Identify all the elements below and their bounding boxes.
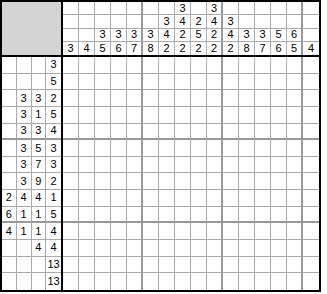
grid-cell[interactable] — [127, 223, 143, 240]
corner-block — [2, 2, 63, 57]
grid-cell[interactable] — [255, 173, 271, 190]
grid-cell[interactable] — [79, 57, 95, 74]
grid-cell[interactable] — [111, 90, 127, 107]
row-clue-cell: 13 — [46, 273, 61, 290]
grid-cell[interactable] — [271, 240, 287, 257]
col-clue-cell — [111, 2, 127, 15]
grid-cell[interactable] — [111, 207, 127, 224]
grid-cell[interactable] — [159, 240, 175, 257]
row-clue-cell: 4 — [46, 223, 61, 240]
grid-cell[interactable] — [223, 173, 239, 190]
grid-cell[interactable] — [175, 107, 191, 124]
grid-cell[interactable] — [159, 107, 175, 124]
grid-cell[interactable] — [223, 223, 239, 240]
grid-cell[interactable] — [127, 257, 143, 274]
grid-cell[interactable] — [271, 173, 287, 190]
col-clue-cell — [159, 2, 175, 15]
col-clue-cell: 5 — [287, 42, 303, 55]
grid-cell[interactable] — [127, 273, 143, 290]
col-clue-cell: 2 — [159, 42, 175, 55]
grid-cell[interactable] — [191, 173, 207, 190]
grid-cell[interactable] — [111, 240, 127, 257]
grid-cell[interactable] — [95, 190, 111, 207]
grid-cell[interactable] — [191, 257, 207, 274]
grid-cell[interactable] — [159, 173, 175, 190]
grid-cell[interactable] — [127, 240, 143, 257]
grid-cell[interactable] — [223, 90, 239, 107]
grid-cell[interactable] — [207, 240, 223, 257]
grid-cell[interactable] — [239, 190, 255, 207]
row-clue-cell: 5 — [46, 107, 61, 124]
col-clue-cell — [95, 2, 111, 15]
grid-cell[interactable] — [303, 107, 319, 124]
col-clue-cell — [79, 15, 95, 28]
row-clue-cell: 4 — [46, 240, 61, 257]
grid-cell[interactable] — [111, 157, 127, 174]
grid-cell[interactable] — [175, 74, 191, 91]
grid-cell[interactable] — [223, 240, 239, 257]
grid-cell[interactable] — [111, 74, 127, 91]
grid-cell[interactable] — [287, 190, 303, 207]
grid-cell[interactable] — [159, 273, 175, 290]
grid-cell[interactable] — [175, 157, 191, 174]
grid-cell[interactable] — [159, 124, 175, 141]
col-clue-cell: 2 — [191, 15, 207, 28]
grid-cell[interactable] — [271, 140, 287, 157]
grid-cell[interactable] — [143, 57, 159, 74]
col-clue-cell — [255, 15, 271, 28]
grid-cell[interactable] — [223, 157, 239, 174]
row-clue-cell: 3 — [32, 90, 47, 107]
col-clue-cell: 5 — [95, 42, 111, 55]
grid-cell[interactable] — [207, 124, 223, 141]
col-clue-cell: 7 — [255, 42, 271, 55]
grid-cell[interactable] — [207, 107, 223, 124]
grid-cell[interactable] — [223, 140, 239, 157]
grid-cell[interactable] — [255, 140, 271, 157]
grid-cell[interactable] — [239, 140, 255, 157]
grid-cell[interactable] — [239, 124, 255, 141]
grid-cell[interactable] — [271, 107, 287, 124]
col-clue-cell — [127, 15, 143, 28]
grid-cell[interactable] — [239, 173, 255, 190]
grid-cell[interactable] — [303, 257, 319, 274]
grid-cell[interactable] — [271, 157, 287, 174]
col-clue-cell: 3 — [239, 29, 255, 42]
col-clue-cell: 2 — [207, 42, 223, 55]
grid-cell[interactable] — [303, 157, 319, 174]
row-clue-cell: 2 — [2, 190, 17, 207]
grid-cell[interactable] — [127, 124, 143, 141]
grid-cell[interactable] — [63, 124, 79, 141]
grid-cell[interactable] — [303, 124, 319, 141]
row-clue-cell: 1 — [32, 107, 47, 124]
row-clue-cell: 4 — [2, 223, 17, 240]
grid-cell[interactable] — [95, 57, 111, 74]
grid-cell[interactable] — [255, 223, 271, 240]
row-clue-cell: 3 — [46, 157, 61, 174]
col-clue-cell — [255, 2, 271, 15]
grid-cell[interactable] — [191, 223, 207, 240]
grid-cell[interactable] — [207, 207, 223, 224]
grid-cell[interactable] — [175, 223, 191, 240]
grid-cell[interactable] — [239, 207, 255, 224]
row-clue-cell — [2, 90, 17, 107]
grid-cell[interactable] — [127, 207, 143, 224]
grid-cell[interactable] — [63, 173, 79, 190]
grid-cell[interactable] — [143, 140, 159, 157]
grid-cell[interactable] — [271, 190, 287, 207]
grid-cell[interactable] — [63, 140, 79, 157]
grid-cell[interactable] — [143, 173, 159, 190]
grid-cell[interactable] — [255, 240, 271, 257]
row-clue-cell — [2, 57, 17, 74]
row-clue-cell: 3 — [17, 140, 32, 157]
grid-cell[interactable] — [239, 57, 255, 74]
grid-cell[interactable] — [223, 107, 239, 124]
grid-cell[interactable] — [143, 257, 159, 274]
col-clue-cell: 3 — [143, 29, 159, 42]
grid-cell[interactable] — [79, 107, 95, 124]
grid-cell[interactable] — [63, 240, 79, 257]
grid-cell[interactable] — [271, 207, 287, 224]
grid-cell[interactable] — [95, 140, 111, 157]
grid-cell[interactable] — [303, 240, 319, 257]
grid-cell[interactable] — [191, 157, 207, 174]
grid-cell[interactable] — [175, 207, 191, 224]
grid-cell[interactable] — [191, 190, 207, 207]
grid-cell[interactable] — [63, 107, 79, 124]
grid-cell[interactable] — [159, 140, 175, 157]
row-clue-cell: 1 — [17, 223, 32, 240]
grid-cell[interactable] — [143, 124, 159, 141]
row-clues-panel: 35332315334353373392244161154114441313 — [2, 57, 63, 290]
grid-cell[interactable] — [143, 90, 159, 107]
grid-cell[interactable] — [159, 223, 175, 240]
grid-cell[interactable] — [207, 157, 223, 174]
grid-cell[interactable] — [95, 207, 111, 224]
grid-cell[interactable] — [111, 257, 127, 274]
grid-cell[interactable] — [111, 190, 127, 207]
grid-cell[interactable] — [207, 90, 223, 107]
grid-cell[interactable] — [111, 223, 127, 240]
grid-cell[interactable] — [223, 74, 239, 91]
grid-cell[interactable] — [95, 124, 111, 141]
grid-cell[interactable] — [223, 57, 239, 74]
grid-cell[interactable] — [239, 157, 255, 174]
grid-cell[interactable] — [287, 257, 303, 274]
grid-cell[interactable] — [287, 124, 303, 141]
row-clue-cell — [2, 257, 17, 274]
grid-cell[interactable] — [287, 173, 303, 190]
row-clue-cell — [32, 57, 47, 74]
row-clue-cell: 5 — [32, 140, 47, 157]
col-clue-cell: 2 — [223, 42, 239, 55]
grid-cell[interactable] — [63, 157, 79, 174]
grid-cell[interactable] — [143, 107, 159, 124]
grid-cell[interactable] — [255, 273, 271, 290]
col-clue-cell — [63, 2, 79, 15]
grid-cell[interactable] — [223, 207, 239, 224]
col-clue-cell: 3 — [159, 15, 175, 28]
grid-cell[interactable] — [191, 90, 207, 107]
col-clue-cell: 3 — [207, 2, 223, 15]
grid-cell[interactable] — [255, 107, 271, 124]
grid-cell[interactable] — [127, 107, 143, 124]
grid-cell[interactable] — [191, 240, 207, 257]
grid-cell[interactable] — [239, 223, 255, 240]
grid-cell[interactable] — [175, 190, 191, 207]
grid-cell[interactable] — [191, 57, 207, 74]
grid-cell[interactable] — [207, 257, 223, 274]
grid-cell[interactable] — [111, 57, 127, 74]
grid-cell[interactable] — [111, 124, 127, 141]
grid-cell[interactable] — [143, 240, 159, 257]
grid-cell[interactable] — [143, 157, 159, 174]
grid-cell[interactable] — [255, 190, 271, 207]
col-clue-cell: 6 — [287, 29, 303, 42]
row-clue-cell: 3 — [46, 57, 61, 74]
grid-cell[interactable] — [159, 90, 175, 107]
grid-cell[interactable] — [175, 173, 191, 190]
grid-cell[interactable] — [271, 124, 287, 141]
grid-cell[interactable] — [127, 74, 143, 91]
grid-cell[interactable] — [207, 140, 223, 157]
grid-cell[interactable] — [127, 57, 143, 74]
grid-cell[interactable] — [303, 74, 319, 91]
grid-cell[interactable] — [303, 57, 319, 74]
grid-cell[interactable] — [207, 173, 223, 190]
grid-cell[interactable] — [207, 190, 223, 207]
grid-cell[interactable] — [95, 74, 111, 91]
grid-cell[interactable] — [191, 140, 207, 157]
grid-cell[interactable] — [271, 74, 287, 91]
grid-cell[interactable] — [63, 90, 79, 107]
grid-cell[interactable] — [255, 124, 271, 141]
col-clue-cell — [63, 15, 79, 28]
grid-cell[interactable] — [271, 257, 287, 274]
grid-cell[interactable] — [271, 273, 287, 290]
grid-cell[interactable] — [127, 157, 143, 174]
row-clue-cell: 7 — [32, 157, 47, 174]
grid-cell[interactable] — [63, 74, 79, 91]
grid-cell[interactable] — [143, 74, 159, 91]
grid-cell[interactable] — [63, 223, 79, 240]
grid-cell[interactable] — [239, 273, 255, 290]
grid-cell[interactable] — [303, 190, 319, 207]
grid-cell[interactable] — [303, 223, 319, 240]
grid-cell[interactable] — [287, 57, 303, 74]
grid-cell[interactable] — [287, 273, 303, 290]
grid-cell[interactable] — [127, 90, 143, 107]
grid-cell[interactable] — [143, 190, 159, 207]
grid-cell[interactable] — [303, 207, 319, 224]
grid-cell[interactable] — [111, 173, 127, 190]
grid-cell[interactable] — [79, 257, 95, 274]
grid-cell[interactable] — [95, 273, 111, 290]
grid-cell[interactable] — [63, 190, 79, 207]
grid-cell[interactable] — [79, 90, 95, 107]
grid-cell[interactable] — [255, 74, 271, 91]
col-clue-cell — [63, 29, 79, 42]
grid-cell[interactable] — [175, 140, 191, 157]
grid-cell[interactable] — [255, 207, 271, 224]
grid-cell[interactable] — [95, 173, 111, 190]
grid-cell[interactable] — [63, 273, 79, 290]
grid-cell[interactable] — [95, 257, 111, 274]
grid-cell[interactable] — [143, 223, 159, 240]
col-clue-cell: 3 — [255, 29, 271, 42]
row-clue-cell — [32, 257, 47, 274]
grid-cell[interactable] — [175, 257, 191, 274]
grid-cell[interactable] — [159, 190, 175, 207]
grid-cell[interactable] — [303, 140, 319, 157]
grid-cell[interactable] — [175, 273, 191, 290]
row-clue-cell: 3 — [17, 90, 32, 107]
col-clue-cell: 3 — [127, 29, 143, 42]
grid-cell[interactable] — [79, 273, 95, 290]
row-clue-cell: 5 — [46, 74, 61, 91]
grid-cell[interactable] — [255, 157, 271, 174]
grid-cell[interactable] — [239, 240, 255, 257]
grid-cell[interactable] — [239, 74, 255, 91]
grid-cell[interactable] — [159, 157, 175, 174]
row-clue-cell — [17, 257, 32, 274]
col-clue-cell — [223, 2, 239, 15]
grid-cell[interactable] — [79, 124, 95, 141]
grid-cell[interactable] — [95, 157, 111, 174]
grid-cell[interactable] — [175, 90, 191, 107]
nonogram-puzzle: 333424333334252433563456782222287654 353… — [0, 0, 327, 294]
grid-cell[interactable] — [127, 173, 143, 190]
grid-cell[interactable] — [239, 257, 255, 274]
row-clue-cell — [2, 157, 17, 174]
col-clue-cell: 3 — [175, 2, 191, 15]
row-clue-cell — [2, 107, 17, 124]
grid-cell[interactable] — [79, 140, 95, 157]
row-clue-cell: 3 — [46, 140, 61, 157]
grid-cell[interactable] — [175, 57, 191, 74]
grid-cell[interactable] — [191, 74, 207, 91]
grid-cell[interactable] — [223, 124, 239, 141]
row-clue-cell: 3 — [32, 124, 47, 141]
row-clue-cell: 4 — [32, 240, 47, 257]
grid-cell[interactable] — [111, 273, 127, 290]
grid-cell[interactable] — [79, 74, 95, 91]
grid-cell[interactable] — [95, 223, 111, 240]
grid-cell[interactable] — [239, 107, 255, 124]
grid-cell[interactable] — [111, 140, 127, 157]
grid-cell[interactable] — [287, 140, 303, 157]
grid-cell[interactable] — [223, 273, 239, 290]
grid-cell[interactable] — [287, 90, 303, 107]
col-clue-cell: 4 — [223, 29, 239, 42]
grid-cell[interactable] — [271, 223, 287, 240]
grid-cell[interactable] — [287, 107, 303, 124]
grid-cell[interactable] — [287, 240, 303, 257]
grid-cell[interactable] — [207, 74, 223, 91]
grid-cell[interactable] — [271, 90, 287, 107]
col-clue-cell — [143, 15, 159, 28]
grid-cell[interactable] — [159, 74, 175, 91]
grid-cell[interactable] — [63, 57, 79, 74]
grid-cell[interactable] — [127, 190, 143, 207]
grid-cell[interactable] — [303, 90, 319, 107]
grid-cell[interactable] — [175, 124, 191, 141]
grid-cell[interactable] — [223, 257, 239, 274]
grid-cell[interactable] — [255, 257, 271, 274]
grid-cell[interactable] — [191, 107, 207, 124]
grid-cell[interactable] — [207, 273, 223, 290]
grid-cell[interactable] — [79, 207, 95, 224]
grid-cell[interactable] — [271, 57, 287, 74]
grid-cell[interactable] — [159, 57, 175, 74]
row-clue-cell: 3 — [17, 173, 32, 190]
grid-cell[interactable] — [143, 273, 159, 290]
grid-cell[interactable] — [143, 207, 159, 224]
grid-cell[interactable] — [79, 157, 95, 174]
grid-cell[interactable] — [287, 223, 303, 240]
grid-cell[interactable] — [95, 240, 111, 257]
row-clue-cell: 1 — [46, 190, 61, 207]
grid-cell[interactable] — [111, 107, 127, 124]
row-clue-cell: 4 — [46, 124, 61, 141]
row-clue-cell: 2 — [46, 173, 61, 190]
col-clue-cell — [271, 15, 287, 28]
grid-cell[interactable] — [63, 207, 79, 224]
grid-cell[interactable] — [287, 207, 303, 224]
grid-cell[interactable] — [159, 257, 175, 274]
grid-cell[interactable] — [191, 273, 207, 290]
grid-cell[interactable] — [95, 107, 111, 124]
row-clue-cell — [17, 57, 32, 74]
grid-cell[interactable] — [175, 240, 191, 257]
col-clue-cell: 4 — [175, 15, 191, 28]
grid-cell[interactable] — [63, 257, 79, 274]
grid-cell[interactable] — [79, 190, 95, 207]
col-clue-cell — [287, 2, 303, 15]
grid-cell[interactable] — [223, 190, 239, 207]
grid-cell[interactable] — [127, 140, 143, 157]
column-clues-panel: 333424333334252433563456782222287654 — [63, 2, 319, 57]
grid-cell[interactable] — [239, 90, 255, 107]
grid-cell[interactable] — [79, 173, 95, 190]
grid-cell[interactable] — [207, 57, 223, 74]
nonogram-board: 333424333334252433563456782222287654 353… — [0, 0, 321, 292]
grid-cell[interactable] — [303, 273, 319, 290]
grid-cell[interactable] — [255, 57, 271, 74]
col-clue-cell: 3 — [63, 42, 79, 55]
grid-cell[interactable] — [79, 240, 95, 257]
grid-cell[interactable] — [207, 223, 223, 240]
col-clue-cell: 4 — [79, 42, 95, 55]
grid-cell[interactable] — [159, 207, 175, 224]
grid-cell[interactable] — [287, 74, 303, 91]
grid-cell[interactable] — [79, 223, 95, 240]
grid-cell[interactable] — [287, 157, 303, 174]
row-clue-cell — [2, 240, 17, 257]
row-clue-cell: 4 — [32, 190, 47, 207]
grid-cell[interactable] — [95, 90, 111, 107]
grid-cell[interactable] — [303, 173, 319, 190]
row-clue-cell: 1 — [32, 207, 47, 224]
col-clue-cell: 3 — [95, 29, 111, 42]
grid-cell[interactable] — [191, 207, 207, 224]
row-clue-cell — [17, 74, 32, 91]
grid-cell[interactable] — [255, 90, 271, 107]
grid-cell[interactable] — [191, 124, 207, 141]
row-clue-cell: 3 — [17, 124, 32, 141]
